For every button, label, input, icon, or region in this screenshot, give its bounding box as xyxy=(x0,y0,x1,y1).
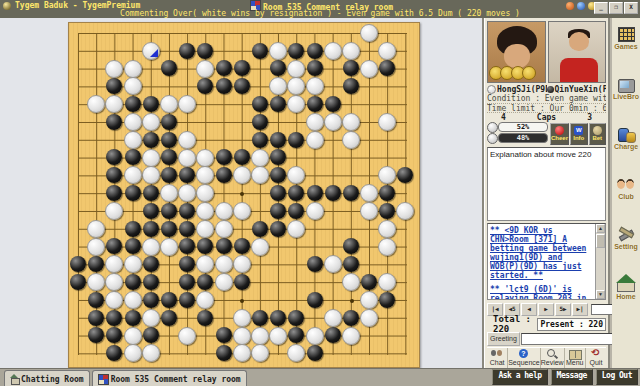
white-stone xyxy=(105,255,123,273)
white-clock-bar: 52% xyxy=(498,122,548,132)
black-stone xyxy=(161,221,177,237)
menu-button[interactable]: Menu xyxy=(565,348,586,368)
panel-toolbar: ChatSequenceReviewMenuQuit xyxy=(487,347,606,368)
black-stone xyxy=(179,238,195,254)
white-stone xyxy=(342,327,360,345)
sidebar-label: LiveBro xyxy=(613,93,639,100)
white-stone xyxy=(360,24,378,42)
white-stone xyxy=(324,255,342,273)
white-stone xyxy=(124,291,142,309)
white-stone xyxy=(269,42,287,60)
scroll-down-icon[interactable]: ▼ xyxy=(596,290,605,299)
sidebar-item-charge[interactable]: Charge xyxy=(614,126,638,170)
minimize-button[interactable]: _ xyxy=(594,2,608,14)
white-stone xyxy=(269,77,287,95)
white-stone xyxy=(342,113,360,131)
white-stone xyxy=(306,202,324,220)
black-stone xyxy=(88,292,104,308)
black-stone xyxy=(270,203,286,219)
white-stone xyxy=(196,60,214,78)
black-stone xyxy=(307,256,323,272)
white-stone xyxy=(251,327,269,345)
black-stone xyxy=(125,274,141,290)
white-stone xyxy=(233,309,251,327)
white-stone xyxy=(215,202,233,220)
black-stone xyxy=(288,185,304,201)
sequence-button[interactable]: Sequence xyxy=(508,348,541,368)
white-stone xyxy=(142,166,160,184)
white-stone xyxy=(178,131,196,149)
black-stone xyxy=(216,78,232,94)
white-stone xyxy=(160,95,178,113)
black-stone xyxy=(270,185,286,201)
white-stone xyxy=(124,327,142,345)
black-stone xyxy=(216,167,232,183)
white-stone xyxy=(324,309,342,327)
totals-row: Total : 220 Present : 220 xyxy=(487,318,606,331)
black-stone xyxy=(125,221,141,237)
black-stone xyxy=(179,43,195,59)
toolbar-label: Review xyxy=(541,359,564,366)
white-stone xyxy=(306,131,324,149)
black-stone xyxy=(88,327,104,343)
info-label: Info xyxy=(573,135,584,142)
magnifier-icon xyxy=(546,349,558,359)
flower-badge-icon xyxy=(522,66,536,80)
white-stone xyxy=(124,166,142,184)
white-stone xyxy=(142,42,160,60)
move-nav-button[interactable]: 5▶ xyxy=(555,303,571,316)
cheer-ball-icon xyxy=(555,126,564,135)
black-stone xyxy=(379,185,395,201)
toolbar-label: Sequence xyxy=(508,359,540,366)
sidebar-item-club[interactable]: Club xyxy=(617,176,635,220)
black-stone xyxy=(106,238,122,254)
restore-button[interactable]: ❐ xyxy=(609,2,623,14)
bottom-bar: Chatting RoomRoom 535 Comment relay room… xyxy=(0,368,640,386)
news-box[interactable]: ** <9D KOR vs CHN>Room [371] A betting g… xyxy=(487,223,606,299)
sidebar-label: Setting xyxy=(614,243,638,250)
black-stone xyxy=(307,96,323,112)
black-stone xyxy=(197,238,213,254)
sidebar-label: Club xyxy=(618,193,634,200)
stones-layer[interactable] xyxy=(69,24,415,362)
black-stone xyxy=(161,132,177,148)
black-stone xyxy=(197,78,213,94)
black-stone xyxy=(270,221,286,237)
black-stone xyxy=(161,60,177,76)
white-stone xyxy=(378,238,396,256)
black-stone xyxy=(379,292,395,308)
black-stone xyxy=(216,345,232,361)
sidebar-label: Home xyxy=(616,293,635,300)
ask-a-help-button[interactable]: Ask a help xyxy=(492,369,547,385)
tab-label: Room 535 Comment relay room xyxy=(111,375,241,384)
clock-bars-zone: 52% 48% Cheer W Info xyxy=(487,123,606,145)
black-stone xyxy=(252,114,268,130)
room-tab-game-room[interactable]: Room 535 Comment relay room xyxy=(92,370,247,386)
last-move-marker xyxy=(150,49,158,57)
hands-icon xyxy=(593,126,602,135)
black-stone xyxy=(106,167,122,183)
black-stone xyxy=(216,327,232,343)
news-item-link[interactable]: ** 'lct9 (6D)' is relaying Room 203 in r… xyxy=(490,285,594,299)
white-stone xyxy=(360,60,378,78)
bet-info-icon: W xyxy=(574,126,583,135)
black-stone xyxy=(179,167,195,183)
tab-label: Chatting Room xyxy=(21,375,84,384)
black-stone xyxy=(161,167,177,183)
news-scrollbar[interactable]: ▲ ▼ xyxy=(595,224,605,298)
black-stone xyxy=(88,310,104,326)
white-stone xyxy=(196,202,214,220)
white-stone xyxy=(178,184,196,202)
sidebar-label: Charge xyxy=(614,143,638,150)
black-stone xyxy=(216,149,232,165)
sidebar-label: Games xyxy=(614,43,637,50)
black-player-name: QinYueXin(P9D) xyxy=(555,85,607,94)
clock-bars: 52% 48% xyxy=(487,123,548,145)
white-stone xyxy=(124,131,142,149)
black-stone xyxy=(216,238,232,254)
white-stone xyxy=(105,202,123,220)
game-status-line: Commenting Over( white wins by resignati… xyxy=(0,9,640,18)
black-stone xyxy=(143,256,159,272)
white-stone xyxy=(360,291,378,309)
black-stone xyxy=(106,185,122,201)
white-stone xyxy=(196,184,214,202)
chat-faces-icon xyxy=(491,349,503,359)
white-stone xyxy=(160,238,178,256)
white-stone xyxy=(251,166,269,184)
black-stone xyxy=(179,256,195,272)
black-stone xyxy=(325,185,341,201)
white-stone xyxy=(360,309,378,327)
white-stone xyxy=(124,113,142,131)
black-stone xyxy=(361,274,377,290)
black-stone xyxy=(234,274,250,290)
scroll-up-icon[interactable]: ▲ xyxy=(596,224,605,233)
window-controls: _ ❐ X xyxy=(594,2,638,14)
black-stone xyxy=(197,274,213,290)
white-stone xyxy=(269,327,287,345)
white-stone xyxy=(287,344,305,362)
black-stone xyxy=(161,310,177,326)
white-stone xyxy=(342,273,360,291)
cheer-buttons: Cheer W Info Bet xyxy=(548,123,606,145)
white-player-photo xyxy=(487,21,546,83)
white-stone xyxy=(87,220,105,238)
sidebar-item-livebro[interactable]: LiveBro xyxy=(613,76,639,120)
white-stone xyxy=(360,184,378,202)
black-stone xyxy=(143,203,159,219)
black-stone xyxy=(288,132,304,148)
white-stone xyxy=(233,344,251,362)
black-clock-row: 48% xyxy=(487,134,548,143)
black-stone xyxy=(270,149,286,165)
white-clock-knob[interactable] xyxy=(487,122,498,133)
black-stone xyxy=(397,167,413,183)
black-stone xyxy=(143,132,159,148)
black-stone xyxy=(70,256,86,272)
white-stone-icon xyxy=(487,85,496,94)
message-button[interactable]: Message xyxy=(551,369,593,385)
black-stone xyxy=(343,310,359,326)
black-stone xyxy=(307,60,323,76)
white-stone xyxy=(124,60,142,78)
white-captures: 4 xyxy=(501,113,506,122)
white-stone xyxy=(142,344,160,362)
black-stone xyxy=(343,256,359,272)
house-icon xyxy=(617,276,635,292)
black-stone xyxy=(379,60,395,76)
black-stone xyxy=(161,292,177,308)
white-stone xyxy=(105,291,123,309)
white-stone xyxy=(105,60,123,78)
white-stone xyxy=(342,131,360,149)
black-stone xyxy=(125,238,141,254)
white-stone xyxy=(287,60,305,78)
white-stone xyxy=(87,238,105,256)
faces-icon xyxy=(617,176,635,192)
sidebar-item-games[interactable]: Games xyxy=(614,26,637,70)
game-room-area xyxy=(0,18,484,368)
black-stone xyxy=(125,149,141,165)
black-stone xyxy=(179,292,195,308)
white-stone xyxy=(124,77,142,95)
bottom-buttons: Ask a helpMessageLog Out xyxy=(492,369,640,386)
black-stone xyxy=(234,60,250,76)
white-stone xyxy=(142,309,160,327)
black-player-face xyxy=(569,32,589,51)
greeting-row: Greeting xyxy=(487,332,606,346)
toolbar-label: Menu xyxy=(566,359,584,366)
move-nav-button[interactable]: ▶| xyxy=(572,303,588,316)
toolbar-label: Quit xyxy=(589,359,602,366)
room-tabs: Chatting RoomRoom 535 Comment relay room xyxy=(0,370,249,386)
black-clock-knob[interactable] xyxy=(487,133,498,144)
black-stone xyxy=(325,327,341,343)
room-tab-chatting[interactable]: Chatting Room xyxy=(4,370,90,386)
white-stone xyxy=(251,344,269,362)
black-stone xyxy=(143,292,159,308)
bet-label: Bet xyxy=(592,135,602,142)
main-area: HongSJi(P9D) QinYueXin(P9D) Condition : … xyxy=(0,18,640,368)
black-stone xyxy=(288,310,304,326)
quit-button[interactable]: Quit xyxy=(586,348,606,368)
black-stone xyxy=(106,114,122,130)
white-stone xyxy=(324,113,342,131)
white-stone xyxy=(196,291,214,309)
news-list: ** <9D KOR vs CHN>Room [371] A betting g… xyxy=(490,226,594,299)
caps-label: Caps xyxy=(537,113,556,122)
white-stone xyxy=(124,344,142,362)
white-stone xyxy=(105,95,123,113)
titlebar-icons xyxy=(566,2,596,10)
title-bar: Tygem Baduk - TygemPremium Room 535 Comm… xyxy=(0,0,640,18)
black-stone xyxy=(379,203,395,219)
player-photos xyxy=(487,21,606,83)
black-stone xyxy=(252,96,268,112)
log-out-button[interactable]: Log Out xyxy=(596,369,638,385)
close-button[interactable]: X xyxy=(624,2,638,14)
white-stone xyxy=(142,113,160,131)
white-stone xyxy=(378,113,396,131)
white-stone xyxy=(142,238,160,256)
white-stone xyxy=(251,238,269,256)
white-stone xyxy=(233,166,251,184)
white-stone xyxy=(287,77,305,95)
white-stone xyxy=(306,327,324,345)
black-stone xyxy=(106,149,122,165)
black-stone xyxy=(88,256,104,272)
black-stone xyxy=(343,78,359,94)
flower-badges xyxy=(489,66,533,80)
black-stone xyxy=(106,78,122,94)
white-stone xyxy=(196,220,214,238)
greeting-button[interactable]: Greeting xyxy=(487,332,520,346)
white-stone xyxy=(287,95,305,113)
black-stone xyxy=(197,43,213,59)
time-limit-line: Time limit : Our 0min : 60 Sec / 3 xyxy=(487,104,606,113)
white-stone xyxy=(378,273,396,291)
black-stone xyxy=(143,327,159,343)
white-player-face xyxy=(504,44,530,68)
black-stone xyxy=(143,274,159,290)
white-stone xyxy=(287,166,305,184)
white-player-name-wrap: HongSJi(P9D) xyxy=(487,85,547,94)
white-stone xyxy=(378,42,396,60)
white-stone xyxy=(142,149,160,167)
black-stone xyxy=(270,310,286,326)
white-stone xyxy=(160,184,178,202)
white-stone xyxy=(396,202,414,220)
black-player-name-wrap: QinYueXin(P9D) xyxy=(547,85,607,94)
black-stone xyxy=(252,310,268,326)
black-stone xyxy=(216,60,232,76)
white-stone xyxy=(251,149,269,167)
white-stone xyxy=(105,273,123,291)
white-stone xyxy=(306,77,324,95)
question-icon xyxy=(518,349,530,359)
black-stone xyxy=(252,221,268,237)
cheer-label: Cheer xyxy=(551,135,568,142)
go-board[interactable] xyxy=(68,22,420,368)
white-stone xyxy=(196,149,214,167)
black-stone xyxy=(125,310,141,326)
black-stone xyxy=(234,149,250,165)
tools-icon xyxy=(617,226,635,242)
white-stone xyxy=(378,166,396,184)
black-stone xyxy=(125,96,141,112)
black-stone xyxy=(288,327,304,343)
white-stone xyxy=(196,255,214,273)
white-stone xyxy=(87,95,105,113)
player-names-row: HongSJi(P9D) QinYueXin(P9D) xyxy=(487,85,606,94)
move-nav-button[interactable]: ▶ xyxy=(538,303,554,316)
black-stone xyxy=(270,132,286,148)
review-button[interactable]: Review xyxy=(541,348,565,368)
app-window: Tygem Baduk - TygemPremium Room 535 Comm… xyxy=(0,0,640,386)
browser-icon[interactable] xyxy=(566,2,574,10)
white-stone xyxy=(233,202,251,220)
black-stone xyxy=(161,203,177,219)
white-player-name: HongSJi(P9D) xyxy=(497,85,547,94)
black-stone xyxy=(179,274,195,290)
book-icon xyxy=(569,349,581,359)
captures-row: 4 Caps 3 xyxy=(487,113,606,122)
bet-button[interactable]: Bet xyxy=(589,123,607,145)
toolbar-label: Chat xyxy=(490,359,505,366)
black-stone xyxy=(325,96,341,112)
black-stone xyxy=(307,43,323,59)
black-stone xyxy=(270,96,286,112)
white-stone xyxy=(196,166,214,184)
black-stone xyxy=(106,327,122,343)
white-stone xyxy=(215,255,233,273)
tv-icon xyxy=(617,76,635,92)
black-stone xyxy=(197,310,213,326)
white-stone xyxy=(287,220,305,238)
black-stone xyxy=(70,274,86,290)
white-stone xyxy=(87,273,105,291)
black-stone xyxy=(252,43,268,59)
white-stone xyxy=(124,255,142,273)
white-stone xyxy=(342,42,360,60)
sidebar-item-setting[interactable]: Setting xyxy=(614,226,638,270)
black-captures: 3 xyxy=(587,113,592,122)
black-stone-icon xyxy=(547,86,554,93)
black-player-photo xyxy=(548,21,607,83)
black-stone xyxy=(288,43,304,59)
info-button[interactable]: W Info xyxy=(570,123,588,145)
white-stone xyxy=(233,327,251,345)
black-stone xyxy=(106,310,122,326)
black-stone xyxy=(161,149,177,165)
white-stone xyxy=(215,273,233,291)
black-stone xyxy=(270,167,286,183)
scroll-thumb[interactable] xyxy=(596,234,605,248)
black-stone xyxy=(288,203,304,219)
white-stone xyxy=(378,220,396,238)
house-icon xyxy=(10,375,19,383)
white-stone xyxy=(233,255,251,273)
black-stone xyxy=(179,203,195,219)
black-stone xyxy=(143,185,159,201)
white-stone xyxy=(215,220,233,238)
black-stone xyxy=(179,221,195,237)
present-move-box: Present : 220 xyxy=(537,318,606,331)
black-stone xyxy=(234,238,250,254)
move-explanation-box[interactable]: Explanation about move 220 xyxy=(487,147,606,221)
black-stone xyxy=(161,114,177,130)
white-clock-row: 52% xyxy=(487,123,548,132)
game-info-panel: HongSJi(P9D) QinYueXin(P9D) Condition : … xyxy=(484,18,610,368)
news-item-link[interactable]: ** <9D KOR vs CHN>Room [371] A betting g… xyxy=(490,226,594,280)
chat-button[interactable]: Chat xyxy=(487,348,508,368)
white-stone xyxy=(324,42,342,60)
white-stone xyxy=(178,327,196,345)
black-stone xyxy=(307,292,323,308)
black-clock-bar: 48% xyxy=(498,133,548,143)
search-orb-icon[interactable] xyxy=(577,2,585,10)
cheer-button[interactable]: Cheer xyxy=(550,123,569,145)
black-stone xyxy=(143,221,159,237)
black-stone xyxy=(307,345,323,361)
black-player-shirt xyxy=(560,58,598,82)
sidebar-item-home[interactable]: Home xyxy=(616,276,635,320)
black-stone xyxy=(343,60,359,76)
